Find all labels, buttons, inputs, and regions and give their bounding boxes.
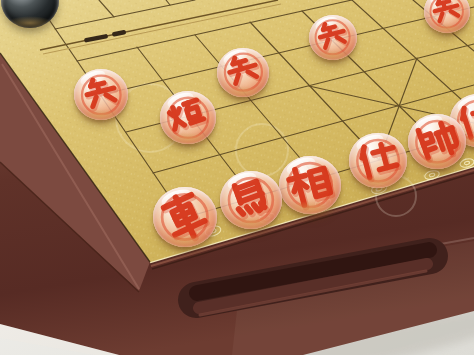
piece-black-far-side-cut-off-[interactable] bbox=[1, 0, 59, 28]
piece-shi-d1[interactable] bbox=[349, 133, 407, 188]
piece-ju-a1[interactable] bbox=[153, 187, 217, 247]
piece-bing-a4[interactable] bbox=[74, 69, 128, 120]
piece-shuai-e1[interactable] bbox=[408, 114, 466, 169]
piece-xiang-c1[interactable] bbox=[279, 156, 341, 214]
xiangqi-photo-scene bbox=[0, 0, 474, 355]
piece-ma-b1[interactable] bbox=[220, 171, 282, 229]
piece-bing-g4[interactable] bbox=[424, 0, 470, 33]
piece-bing-e4[interactable] bbox=[309, 15, 357, 60]
piece-bing-c4[interactable] bbox=[217, 48, 269, 97]
piece-pao-b3[interactable] bbox=[160, 91, 216, 144]
